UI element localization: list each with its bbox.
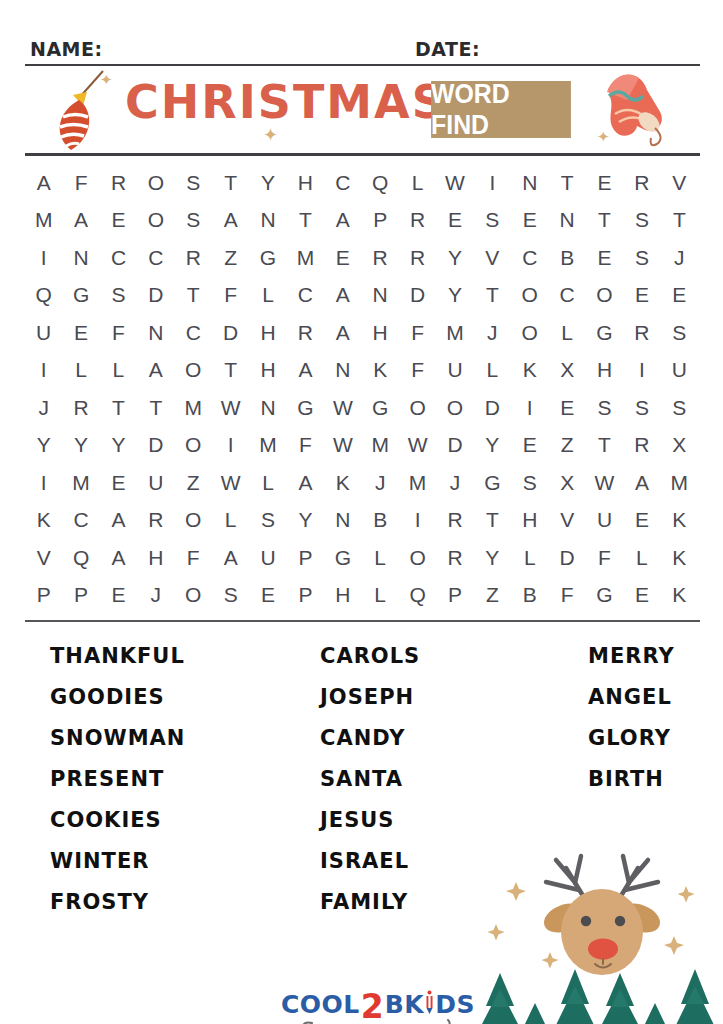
grid-cell[interactable]: A xyxy=(212,202,249,240)
grid-cell[interactable]: K xyxy=(661,502,698,540)
grid-cell[interactable]: Q xyxy=(62,539,99,577)
grid-cell[interactable]: S xyxy=(586,389,623,427)
grid-cell[interactable]: K xyxy=(324,464,361,502)
grid-cell[interactable]: W xyxy=(436,164,473,202)
grid-cell[interactable]: W xyxy=(324,389,361,427)
grid-cell[interactable]: F xyxy=(62,164,99,202)
grid-cell[interactable]: C xyxy=(511,239,548,277)
grid-cell[interactable]: I xyxy=(25,239,62,277)
grid-cell[interactable]: F xyxy=(287,427,324,465)
grid-cell[interactable]: M xyxy=(25,202,62,240)
grid-cell[interactable]: E xyxy=(324,239,361,277)
grid-cell[interactable]: T xyxy=(586,427,623,465)
grid-cell[interactable]: B xyxy=(362,502,399,540)
star-icon: ✦ xyxy=(597,128,610,146)
grid-cell[interactable]: P xyxy=(25,577,62,615)
grid-cell[interactable]: T xyxy=(287,202,324,240)
grid-cell[interactable]: Q xyxy=(399,577,436,615)
grid-cell[interactable]: S xyxy=(661,314,698,352)
worksheet-page: NAME: DATE: ✦ CHRISTMAS ✦ WORD FIND xyxy=(0,38,723,1024)
grid-cell[interactable]: I xyxy=(25,352,62,390)
grid-cell[interactable]: R xyxy=(399,239,436,277)
grid-cell[interactable]: Z xyxy=(175,464,212,502)
grid-cell[interactable]: E xyxy=(100,202,137,240)
grid-cell[interactable]: X xyxy=(548,352,585,390)
grid-cell[interactable]: T xyxy=(212,164,249,202)
grid-cell[interactable]: C xyxy=(62,502,99,540)
word-list-item: PRESENT xyxy=(50,767,320,808)
grid-cell[interactable]: W xyxy=(324,427,361,465)
word-column-1: THANKFULGOODIESSNOWMANPRESENTCOOKIESWINT… xyxy=(50,644,320,931)
grid-cell[interactable]: I xyxy=(474,164,511,202)
grid-cell[interactable]: M xyxy=(249,427,286,465)
grid-cell[interactable]: D xyxy=(436,427,473,465)
grid-cell[interactable]: C xyxy=(324,164,361,202)
grid-cell[interactable]: U xyxy=(137,464,174,502)
grid-cell[interactable]: L xyxy=(511,539,548,577)
grid-cell[interactable]: N xyxy=(324,352,361,390)
grid-cell[interactable]: G xyxy=(362,389,399,427)
grid-cell[interactable]: D xyxy=(399,277,436,315)
grid-cell[interactable]: L xyxy=(399,164,436,202)
grid-cell[interactable]: H xyxy=(249,352,286,390)
pencil-icon xyxy=(425,990,434,1019)
word-list-item: JOSEPH xyxy=(320,685,588,726)
word-list-item: FROSTY xyxy=(50,890,320,931)
grid-cell[interactable]: Z xyxy=(212,239,249,277)
grid-cell[interactable]: G xyxy=(62,277,99,315)
grid-cell[interactable]: H xyxy=(137,539,174,577)
grid-cell[interactable]: F xyxy=(175,539,212,577)
grid-cell[interactable]: R xyxy=(362,239,399,277)
word-list-item: MERRY xyxy=(588,644,718,685)
star-icon: ✦ xyxy=(100,71,113,89)
grid-cell[interactable]: R xyxy=(436,502,473,540)
grid-cell[interactable]: D xyxy=(137,277,174,315)
grid-cell[interactable]: C xyxy=(548,277,585,315)
word-list-item: COOKIES xyxy=(50,808,320,849)
grid-cell[interactable]: K xyxy=(362,352,399,390)
grid-cell[interactable]: G xyxy=(586,314,623,352)
grid-cell[interactable]: L xyxy=(100,352,137,390)
page-title: CHRISTMAS xyxy=(125,75,435,129)
grid-cell[interactable]: R xyxy=(623,427,660,465)
grid-cell[interactable]: D xyxy=(137,427,174,465)
grid-cell[interactable]: I xyxy=(623,352,660,390)
grid-cell[interactable]: S xyxy=(474,202,511,240)
grid-cell[interactable]: L xyxy=(249,464,286,502)
grid-cell[interactable]: K xyxy=(661,539,698,577)
grid-cell[interactable]: N xyxy=(62,239,99,277)
grid-cell[interactable]: N xyxy=(137,314,174,352)
grid-cell[interactable]: H xyxy=(287,164,324,202)
grid-cell[interactable]: E xyxy=(623,277,660,315)
grid-cell[interactable]: A xyxy=(324,277,361,315)
logo: COOL2BK DS xyxy=(293,990,463,1024)
grid-cell[interactable]: O xyxy=(436,389,473,427)
grid-cell[interactable]: A xyxy=(623,464,660,502)
grid-cell[interactable]: S xyxy=(511,464,548,502)
grid-cell[interactable]: N xyxy=(249,202,286,240)
grid-cell[interactable]: L xyxy=(362,539,399,577)
grid-cell[interactable]: F xyxy=(399,314,436,352)
grid-cell[interactable]: Y xyxy=(474,427,511,465)
grid-cell[interactable]: T xyxy=(474,277,511,315)
grid-cell[interactable]: S xyxy=(623,239,660,277)
word-list-item: GLORY xyxy=(588,726,718,767)
grid-cell[interactable]: V xyxy=(548,502,585,540)
grid-cell[interactable]: B xyxy=(511,577,548,615)
grid-cell[interactable]: P xyxy=(287,577,324,615)
grid-cell[interactable]: F xyxy=(212,277,249,315)
grid-cell[interactable]: T xyxy=(175,277,212,315)
grid-cell[interactable]: H xyxy=(586,352,623,390)
grid-cell[interactable]: T xyxy=(474,502,511,540)
grid-cell[interactable]: Z xyxy=(474,577,511,615)
grid-cell[interactable]: J xyxy=(436,464,473,502)
grid-cell[interactable]: R xyxy=(100,164,137,202)
grid-cell[interactable]: O xyxy=(175,427,212,465)
grid-cell[interactable]: R xyxy=(399,202,436,240)
grid-cell[interactable]: S xyxy=(175,202,212,240)
grid-cell[interactable]: E xyxy=(62,314,99,352)
word-list-item: SNOWMAN xyxy=(50,726,320,767)
grid-cell[interactable]: J xyxy=(474,314,511,352)
pine-trees xyxy=(478,969,718,1024)
grid-cell[interactable]: Y xyxy=(25,427,62,465)
grid-cell[interactable]: D xyxy=(212,314,249,352)
grid-cell[interactable]: M xyxy=(62,464,99,502)
grid-cell[interactable]: E xyxy=(623,502,660,540)
grid-cell[interactable]: I xyxy=(212,427,249,465)
grid-cell[interactable]: X xyxy=(548,464,585,502)
grid-cell[interactable]: N xyxy=(548,202,585,240)
grid-cell[interactable]: U xyxy=(249,539,286,577)
grid-cell[interactable]: V xyxy=(25,539,62,577)
grid-cell[interactable]: G xyxy=(249,239,286,277)
grid-cell[interactable]: W xyxy=(212,389,249,427)
grid-cell[interactable]: S xyxy=(249,502,286,540)
grid-cell[interactable]: T xyxy=(586,202,623,240)
grid-cell[interactable]: Y xyxy=(100,427,137,465)
grid-cell[interactable]: R xyxy=(623,314,660,352)
grid-cell[interactable]: K xyxy=(511,352,548,390)
logo-part-2: 2 xyxy=(360,994,385,1019)
grid-cell[interactable]: O xyxy=(175,352,212,390)
logo-part-bk: BK xyxy=(385,990,424,1019)
grid-cell[interactable]: M xyxy=(362,427,399,465)
grid-cell[interactable]: Q xyxy=(25,277,62,315)
grid-cell[interactable]: Y xyxy=(436,277,473,315)
grid-cell[interactable]: B xyxy=(548,239,585,277)
grid-cell[interactable]: P xyxy=(287,539,324,577)
grid-cell[interactable]: R xyxy=(436,539,473,577)
grid-cell[interactable]: I xyxy=(25,464,62,502)
grid-cell[interactable]: E xyxy=(100,577,137,615)
grid-cell[interactable]: S xyxy=(623,202,660,240)
grid-cell[interactable]: V xyxy=(474,239,511,277)
grid-cell[interactable]: U xyxy=(25,314,62,352)
grid-cell[interactable]: R xyxy=(62,389,99,427)
grid-cell[interactable]: Y xyxy=(249,164,286,202)
word-list-item: JESUS xyxy=(320,808,588,849)
grid-cell[interactable]: L xyxy=(62,352,99,390)
grid-cell[interactable]: O xyxy=(511,277,548,315)
grid-cell[interactable]: E xyxy=(623,577,660,615)
grid-cell[interactable]: J xyxy=(25,389,62,427)
grid-cell[interactable]: L xyxy=(249,277,286,315)
grid-cell[interactable]: H xyxy=(324,577,361,615)
grid-cell[interactable]: S xyxy=(212,577,249,615)
grid-cell[interactable]: Q xyxy=(362,164,399,202)
grid-cell[interactable]: W xyxy=(586,464,623,502)
grid-cell[interactable]: S xyxy=(623,389,660,427)
grid-cell[interactable]: M xyxy=(661,464,698,502)
word-search-grid: AFROSTYHCQLWINTERVMAEOSANTAPRESENTSTINCC… xyxy=(25,164,698,614)
grid-cell[interactable]: O xyxy=(137,164,174,202)
grid-cell[interactable]: U xyxy=(661,352,698,390)
logo-part-cool: COOL xyxy=(281,990,360,1019)
grid-cell[interactable]: X xyxy=(661,427,698,465)
word-list-item: GOODIES xyxy=(50,685,320,726)
grid-cell[interactable]: O xyxy=(399,389,436,427)
grid-cell[interactable]: A xyxy=(287,464,324,502)
grid-cell[interactable]: E xyxy=(586,164,623,202)
grid-cell[interactable]: Y xyxy=(474,539,511,577)
grid-cell[interactable]: L xyxy=(362,577,399,615)
logo-part-ds: DS xyxy=(435,990,475,1019)
word-list-item: BIRTH xyxy=(588,767,718,808)
grid-cell[interactable]: Y xyxy=(287,502,324,540)
word-list-item: THANKFUL xyxy=(50,644,320,685)
grid-cell[interactable]: E xyxy=(100,464,137,502)
grid-cell[interactable]: T xyxy=(548,164,585,202)
grid-cell[interactable]: M xyxy=(287,239,324,277)
grid-cell[interactable]: N xyxy=(249,389,286,427)
grid-cell[interactable]: E xyxy=(661,277,698,315)
grid-cell[interactable]: O xyxy=(586,277,623,315)
grid-cell[interactable]: C xyxy=(175,314,212,352)
grid-cell[interactable]: Z xyxy=(548,427,585,465)
grid-cell[interactable]: S xyxy=(175,164,212,202)
grid-cell[interactable]: A xyxy=(212,539,249,577)
grid-cell[interactable]: E xyxy=(586,239,623,277)
grid-cell[interactable]: E xyxy=(436,202,473,240)
grid-cell[interactable]: I xyxy=(399,502,436,540)
grid-cell[interactable]: P xyxy=(436,577,473,615)
grid-cell[interactable]: C xyxy=(287,277,324,315)
grid-cell[interactable]: J xyxy=(661,239,698,277)
grid-cell[interactable]: O xyxy=(175,502,212,540)
grid-cell[interactable]: J xyxy=(137,577,174,615)
grid-cell[interactable]: Y xyxy=(436,239,473,277)
grid-cell[interactable]: D xyxy=(548,539,585,577)
grid-cell[interactable]: T xyxy=(212,352,249,390)
grid-cell[interactable]: E xyxy=(511,427,548,465)
grid-cell[interactable]: A xyxy=(62,202,99,240)
grid-cell[interactable]: K xyxy=(25,502,62,540)
word-list-item: SANTA xyxy=(320,767,588,808)
word-find-badge: WORD FIND xyxy=(431,81,571,138)
grid-cell[interactable]: R xyxy=(287,314,324,352)
grid-cell[interactable]: E xyxy=(548,389,585,427)
grid-cell[interactable]: A xyxy=(25,164,62,202)
grid-cell[interactable]: O xyxy=(175,577,212,615)
grid-cell[interactable]: J xyxy=(362,464,399,502)
word-list-item: CANDY xyxy=(320,726,588,767)
grid-cell[interactable]: O xyxy=(137,202,174,240)
grid-cell[interactable]: S xyxy=(100,277,137,315)
grid-cell[interactable]: L xyxy=(212,502,249,540)
grid-cell[interactable]: F xyxy=(100,314,137,352)
date-label: DATE: xyxy=(415,38,480,60)
grid-cell[interactable]: L xyxy=(623,539,660,577)
word-list-item: WINTER xyxy=(50,849,320,890)
grid-cell[interactable]: L xyxy=(474,352,511,390)
grid-cell[interactable]: L xyxy=(548,314,585,352)
grid-cell[interactable]: A xyxy=(137,352,174,390)
name-date-row[interactable]: NAME: DATE: xyxy=(25,38,700,66)
grid-cell[interactable]: C xyxy=(100,239,137,277)
grid-cell[interactable]: H xyxy=(362,314,399,352)
grid-cell[interactable]: D xyxy=(474,389,511,427)
grid-cell[interactable]: M xyxy=(175,389,212,427)
grid-cell[interactable]: H xyxy=(249,314,286,352)
grid-cell[interactable]: P xyxy=(362,202,399,240)
grid-cell[interactable]: F xyxy=(586,539,623,577)
grid-cell[interactable]: O xyxy=(399,539,436,577)
grid-cell[interactable]: N xyxy=(511,164,548,202)
grid-cell[interactable]: G xyxy=(474,464,511,502)
grid-cell[interactable]: E xyxy=(511,202,548,240)
grid-cell[interactable]: F xyxy=(548,577,585,615)
grid-cell[interactable]: T xyxy=(137,389,174,427)
grid-cell[interactable]: A xyxy=(287,352,324,390)
grid-cell[interactable]: R xyxy=(137,502,174,540)
grid-cell[interactable]: T xyxy=(100,389,137,427)
grid-cell[interactable]: R xyxy=(175,239,212,277)
reindeer-illustration xyxy=(478,844,723,1024)
grid-cell[interactable]: O xyxy=(511,314,548,352)
grid-cell[interactable]: W xyxy=(212,464,249,502)
grid-cell[interactable]: A xyxy=(324,202,361,240)
grid-cell[interactable]: T xyxy=(661,202,698,240)
grid-cell[interactable]: N xyxy=(324,502,361,540)
grid-cell[interactable]: M xyxy=(399,464,436,502)
grid-cell[interactable]: S xyxy=(661,389,698,427)
banner: ✦ CHRISTMAS ✦ WORD FIND ✦ xyxy=(25,66,700,156)
grid-cell[interactable]: A xyxy=(100,502,137,540)
grid-cell[interactable]: N xyxy=(362,277,399,315)
grid-cell[interactable]: R xyxy=(623,164,660,202)
star-icon: ✦ xyxy=(263,124,278,146)
grid-cell[interactable]: V xyxy=(661,164,698,202)
grid-cell[interactable]: P xyxy=(62,577,99,615)
name-label: NAME: xyxy=(30,38,103,60)
grid-cell[interactable]: Y xyxy=(62,427,99,465)
grid-cell[interactable]: F xyxy=(399,352,436,390)
grid-cell[interactable]: W xyxy=(399,427,436,465)
grid-cell[interactable]: H xyxy=(511,502,548,540)
grid-cell[interactable]: M xyxy=(436,314,473,352)
word-list-item: CAROLS xyxy=(320,644,588,685)
grid-cell[interactable]: A xyxy=(100,539,137,577)
word-list-item: ANGEL xyxy=(588,685,718,726)
grid-cell[interactable]: I xyxy=(511,389,548,427)
grid-cell[interactable]: G xyxy=(586,577,623,615)
grid-cell[interactable]: G xyxy=(287,389,324,427)
grid-cell[interactable]: A xyxy=(324,314,361,352)
grid-cell[interactable]: G xyxy=(324,539,361,577)
grid-cell[interactable]: U xyxy=(586,502,623,540)
grid-cell[interactable]: C xyxy=(137,239,174,277)
grid-cell[interactable]: K xyxy=(661,577,698,615)
grid-cell[interactable]: E xyxy=(249,577,286,615)
grid-cell[interactable]: U xyxy=(436,352,473,390)
